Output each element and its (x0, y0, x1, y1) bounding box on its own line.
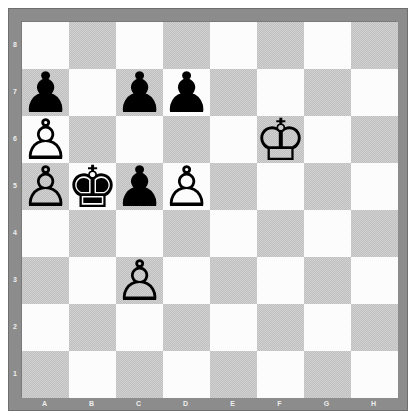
square-c2[interactable] (116, 304, 163, 351)
file-label-d: D (162, 397, 209, 410)
square-b4[interactable] (69, 210, 116, 257)
square-h3[interactable] (351, 257, 398, 304)
square-e4[interactable] (210, 210, 257, 257)
file-label-g: G (303, 397, 350, 410)
rank-label-2: 2 (9, 303, 21, 350)
rank-label-4: 4 (9, 209, 21, 256)
square-f2[interactable] (257, 304, 304, 351)
square-g3[interactable] (304, 257, 351, 304)
square-h2[interactable] (351, 304, 398, 351)
file-label-b: B (68, 397, 115, 410)
chess-board-frame: 87654321 ABCDEFGH ♟♟♟♙♔♙♚♟♙♙ (8, 8, 408, 411)
square-g7[interactable] (304, 69, 351, 116)
rank-labels: 87654321 (9, 21, 21, 397)
page: 87654321 ABCDEFGH ♟♟♟♙♔♙♚♟♙♙ (0, 0, 414, 415)
square-d7[interactable]: ♟ (163, 69, 210, 116)
square-e1[interactable] (210, 351, 257, 398)
rank-label-5: 5 (9, 162, 21, 209)
square-g8[interactable] (304, 22, 351, 69)
black-pawn-piece[interactable]: ♟ (161, 65, 211, 121)
white-pawn-piece[interactable]: ♙ (161, 159, 211, 215)
square-a2[interactable] (22, 304, 69, 351)
square-h7[interactable] (351, 69, 398, 116)
square-d1[interactable] (163, 351, 210, 398)
square-f3[interactable] (257, 257, 304, 304)
square-b5[interactable]: ♚ (69, 163, 116, 210)
square-g6[interactable] (304, 116, 351, 163)
square-e5[interactable] (210, 163, 257, 210)
black-pawn-piece[interactable]: ♟ (114, 159, 164, 215)
square-d5[interactable]: ♙ (163, 163, 210, 210)
square-h5[interactable] (351, 163, 398, 210)
square-e6[interactable] (210, 116, 257, 163)
square-e2[interactable] (210, 304, 257, 351)
square-a5[interactable]: ♙ (22, 163, 69, 210)
square-c5[interactable]: ♟ (116, 163, 163, 210)
square-f4[interactable] (257, 210, 304, 257)
square-b3[interactable] (69, 257, 116, 304)
square-a1[interactable] (22, 351, 69, 398)
black-pawn-piece[interactable]: ♟ (114, 65, 164, 121)
file-label-c: C (115, 397, 162, 410)
file-label-f: F (256, 397, 303, 410)
file-label-a: A (21, 397, 68, 410)
file-label-e: E (209, 397, 256, 410)
chess-board: ♟♟♟♙♔♙♚♟♙♙ (21, 21, 397, 397)
square-h8[interactable] (351, 22, 398, 69)
white-king-piece[interactable]: ♔ (255, 111, 307, 169)
square-d4[interactable] (163, 210, 210, 257)
square-g1[interactable] (304, 351, 351, 398)
square-d2[interactable] (163, 304, 210, 351)
square-b8[interactable] (69, 22, 116, 69)
square-e3[interactable] (210, 257, 257, 304)
square-f6[interactable]: ♔ (257, 116, 304, 163)
square-f5[interactable] (257, 163, 304, 210)
square-g2[interactable] (304, 304, 351, 351)
rank-label-3: 3 (9, 256, 21, 303)
square-h4[interactable] (351, 210, 398, 257)
square-h1[interactable] (351, 351, 398, 398)
rank-label-7: 7 (9, 68, 21, 115)
file-labels: ABCDEFGH (21, 397, 397, 410)
square-b2[interactable] (69, 304, 116, 351)
square-a3[interactable] (22, 257, 69, 304)
square-b7[interactable] (69, 69, 116, 116)
rank-label-8: 8 (9, 21, 21, 68)
square-d3[interactable] (163, 257, 210, 304)
square-g5[interactable] (304, 163, 351, 210)
white-pawn-piece[interactable]: ♙ (20, 159, 70, 215)
square-g4[interactable] (304, 210, 351, 257)
square-c3[interactable]: ♙ (116, 257, 163, 304)
black-king-piece[interactable]: ♚ (67, 158, 119, 216)
square-c7[interactable]: ♟ (116, 69, 163, 116)
rank-label-1: 1 (9, 350, 21, 397)
square-e8[interactable] (210, 22, 257, 69)
square-c1[interactable] (116, 351, 163, 398)
square-f1[interactable] (257, 351, 304, 398)
file-label-h: H (350, 397, 397, 410)
rank-label-6: 6 (9, 115, 21, 162)
white-pawn-piece[interactable]: ♙ (114, 253, 164, 309)
square-a4[interactable] (22, 210, 69, 257)
square-b1[interactable] (69, 351, 116, 398)
square-e7[interactable] (210, 69, 257, 116)
square-f8[interactable] (257, 22, 304, 69)
square-h6[interactable] (351, 116, 398, 163)
